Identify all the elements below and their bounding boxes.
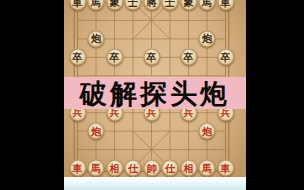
piece-black-soldier[interactable]: 卒 xyxy=(143,49,160,66)
piece-red-horse[interactable]: 馬 xyxy=(88,160,105,177)
piece-red-cannon[interactable]: 炮 xyxy=(88,123,105,140)
piece-black-soldier[interactable]: 卒 xyxy=(180,49,197,66)
piece-red-general[interactable]: 帥 xyxy=(143,160,160,177)
piece-black-soldier[interactable]: 卒 xyxy=(217,49,234,66)
piece-red-chariot[interactable]: 車 xyxy=(217,160,234,177)
piece-red-chariot[interactable]: 車 xyxy=(69,160,86,177)
piece-red-advisor[interactable]: 仕 xyxy=(125,160,142,177)
banner-title: 破解探头炮 xyxy=(80,81,230,108)
letterbox-right xyxy=(246,0,304,190)
piece-red-cannon[interactable]: 炮 xyxy=(199,123,216,140)
piece-black-cannon[interactable]: 炮 xyxy=(199,30,216,47)
piece-black-soldier[interactable]: 卒 xyxy=(69,49,86,66)
piece-red-advisor[interactable]: 仕 xyxy=(162,160,179,177)
video-frame: 車馬象士將士象馬車炮炮卒卒卒卒卒兵兵兵兵兵炮炮車馬相仕帥仕相馬車 破解探头炮 xyxy=(64,0,246,190)
piece-black-cannon[interactable]: 炮 xyxy=(88,30,105,47)
piece-red-elephant[interactable]: 相 xyxy=(180,160,197,177)
bottom-strip xyxy=(64,177,246,190)
title-banner: 破解探头炮 xyxy=(64,77,246,109)
piece-black-soldier[interactable]: 卒 xyxy=(106,49,123,66)
letterbox-left xyxy=(0,0,64,190)
video-screenshot: 車馬象士將士象馬車炮炮卒卒卒卒卒兵兵兵兵兵炮炮車馬相仕帥仕相馬車 破解探头炮 xyxy=(0,0,304,190)
piece-red-horse[interactable]: 馬 xyxy=(199,160,216,177)
piece-red-elephant[interactable]: 相 xyxy=(106,160,123,177)
